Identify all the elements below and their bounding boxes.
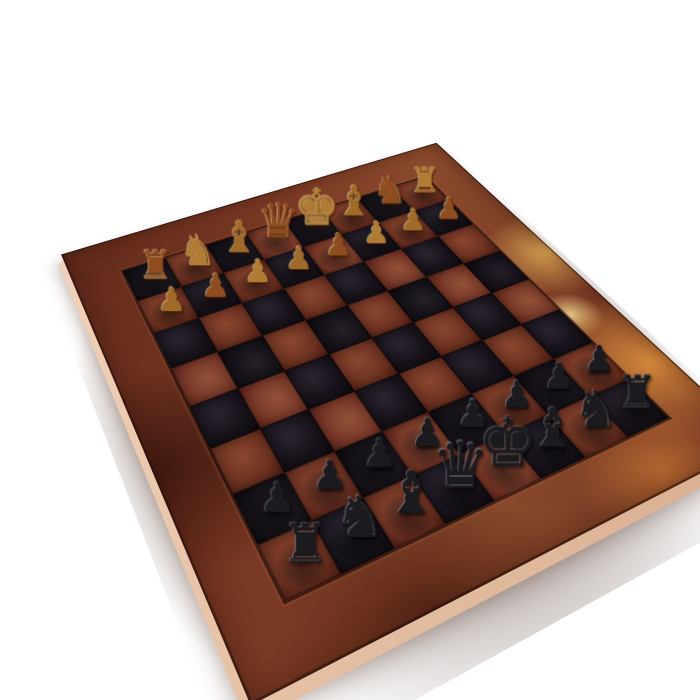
product-photo-canvas: { "game": "chess", "scene": { "descripti… xyxy=(0,0,700,700)
chess-set: ♜♞♝♛♚♝♞♜♟♟♟♟♟♟♟♟♟♟♟♟♟♟♟♟♜♞♝♛♚♝♞♜ xyxy=(61,143,700,700)
piece-white-pawn: ♟ xyxy=(138,283,204,316)
square xyxy=(492,279,560,325)
piece-black-rook: ♜ xyxy=(262,518,349,572)
square: ♟ xyxy=(138,287,199,334)
scene: ♜♞♝♛♚♝♞♜♟♟♟♟♟♟♟♟♟♟♟♟♟♟♟♟♜♞♝♛♚♝♞♜ xyxy=(0,0,700,700)
square: ♜ xyxy=(258,521,342,601)
chess-board: ♜♞♝♛♚♝♞♜♟♟♟♟♟♟♟♟♟♟♟♟♟♟♟♟♜♞♝♛♚♝♞♜ xyxy=(61,143,700,700)
